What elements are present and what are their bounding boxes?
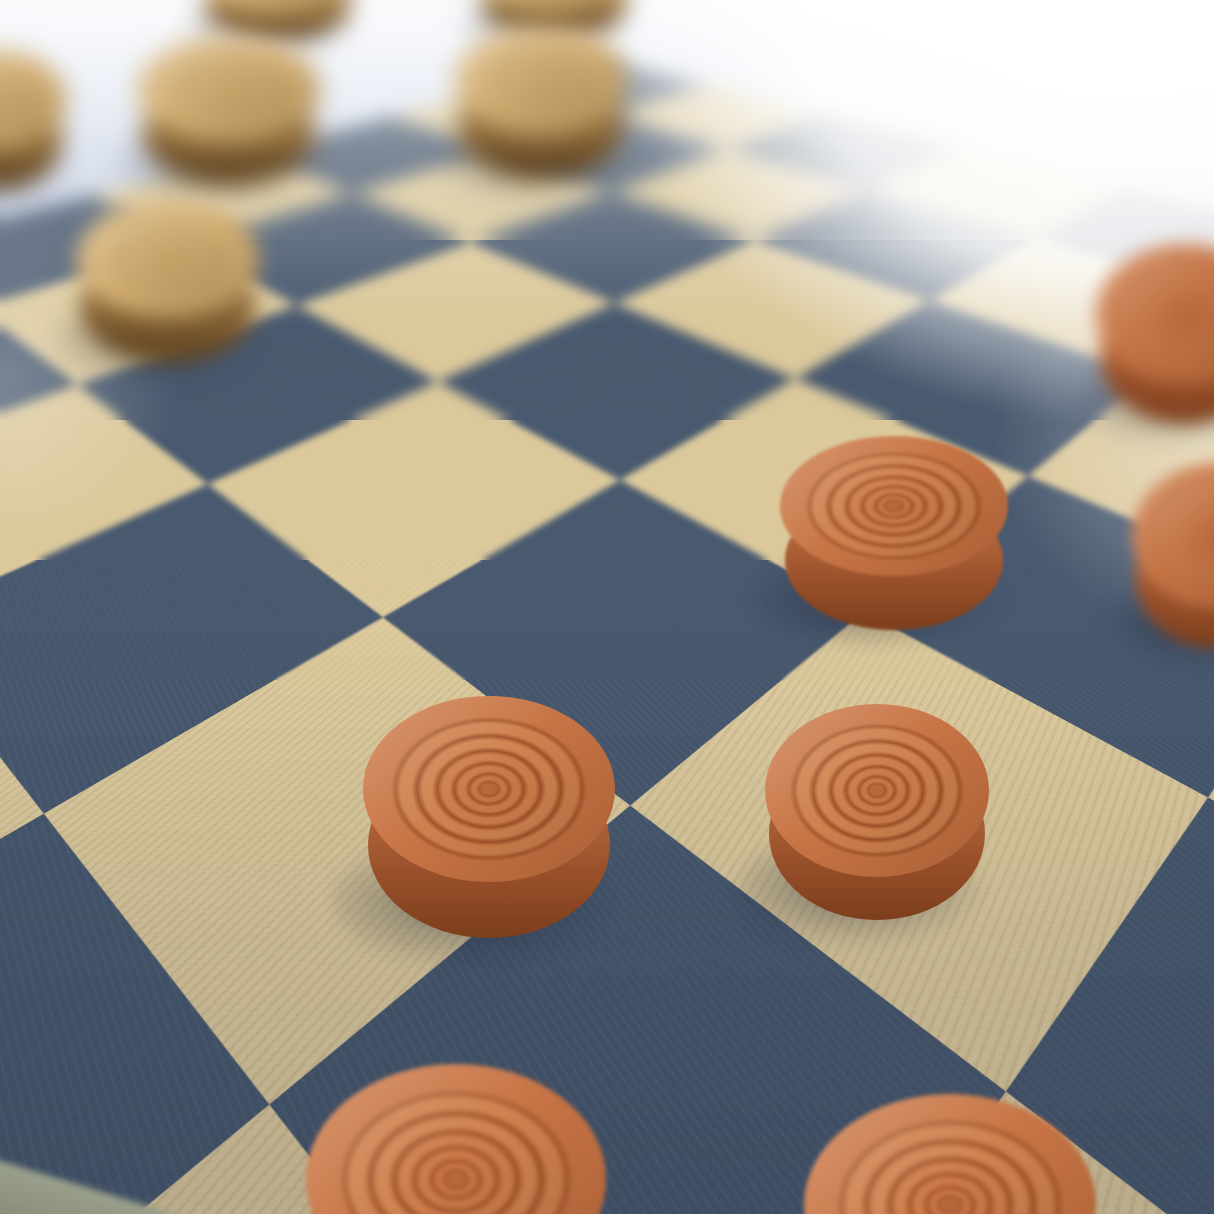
piece-face <box>804 1094 1096 1214</box>
piece-face <box>455 26 627 137</box>
checker-piece-wood[interactable] <box>455 26 627 180</box>
piece-face <box>363 696 615 882</box>
checker-piece-terracotta[interactable] <box>780 436 1008 630</box>
checker-piece-wood[interactable] <box>0 50 66 190</box>
checker-piece-terracotta[interactable] <box>306 1064 606 1214</box>
checker-piece-terracotta[interactable] <box>804 1094 1096 1214</box>
piece-face <box>765 704 989 877</box>
checker-piece-terracotta[interactable] <box>765 704 989 920</box>
checker-piece-terracotta[interactable] <box>1096 244 1214 424</box>
board-photo <box>0 0 1214 1214</box>
piece-face <box>780 436 1008 576</box>
pieces-layer <box>0 0 1214 1214</box>
checker-piece-wood[interactable] <box>76 200 260 364</box>
piece-face <box>306 1064 606 1214</box>
piece-face <box>76 200 260 318</box>
checker-piece-terracotta[interactable] <box>1132 463 1214 649</box>
piece-face <box>138 36 320 144</box>
checker-piece-wood[interactable] <box>138 36 320 186</box>
checker-piece-terracotta[interactable] <box>363 696 615 938</box>
